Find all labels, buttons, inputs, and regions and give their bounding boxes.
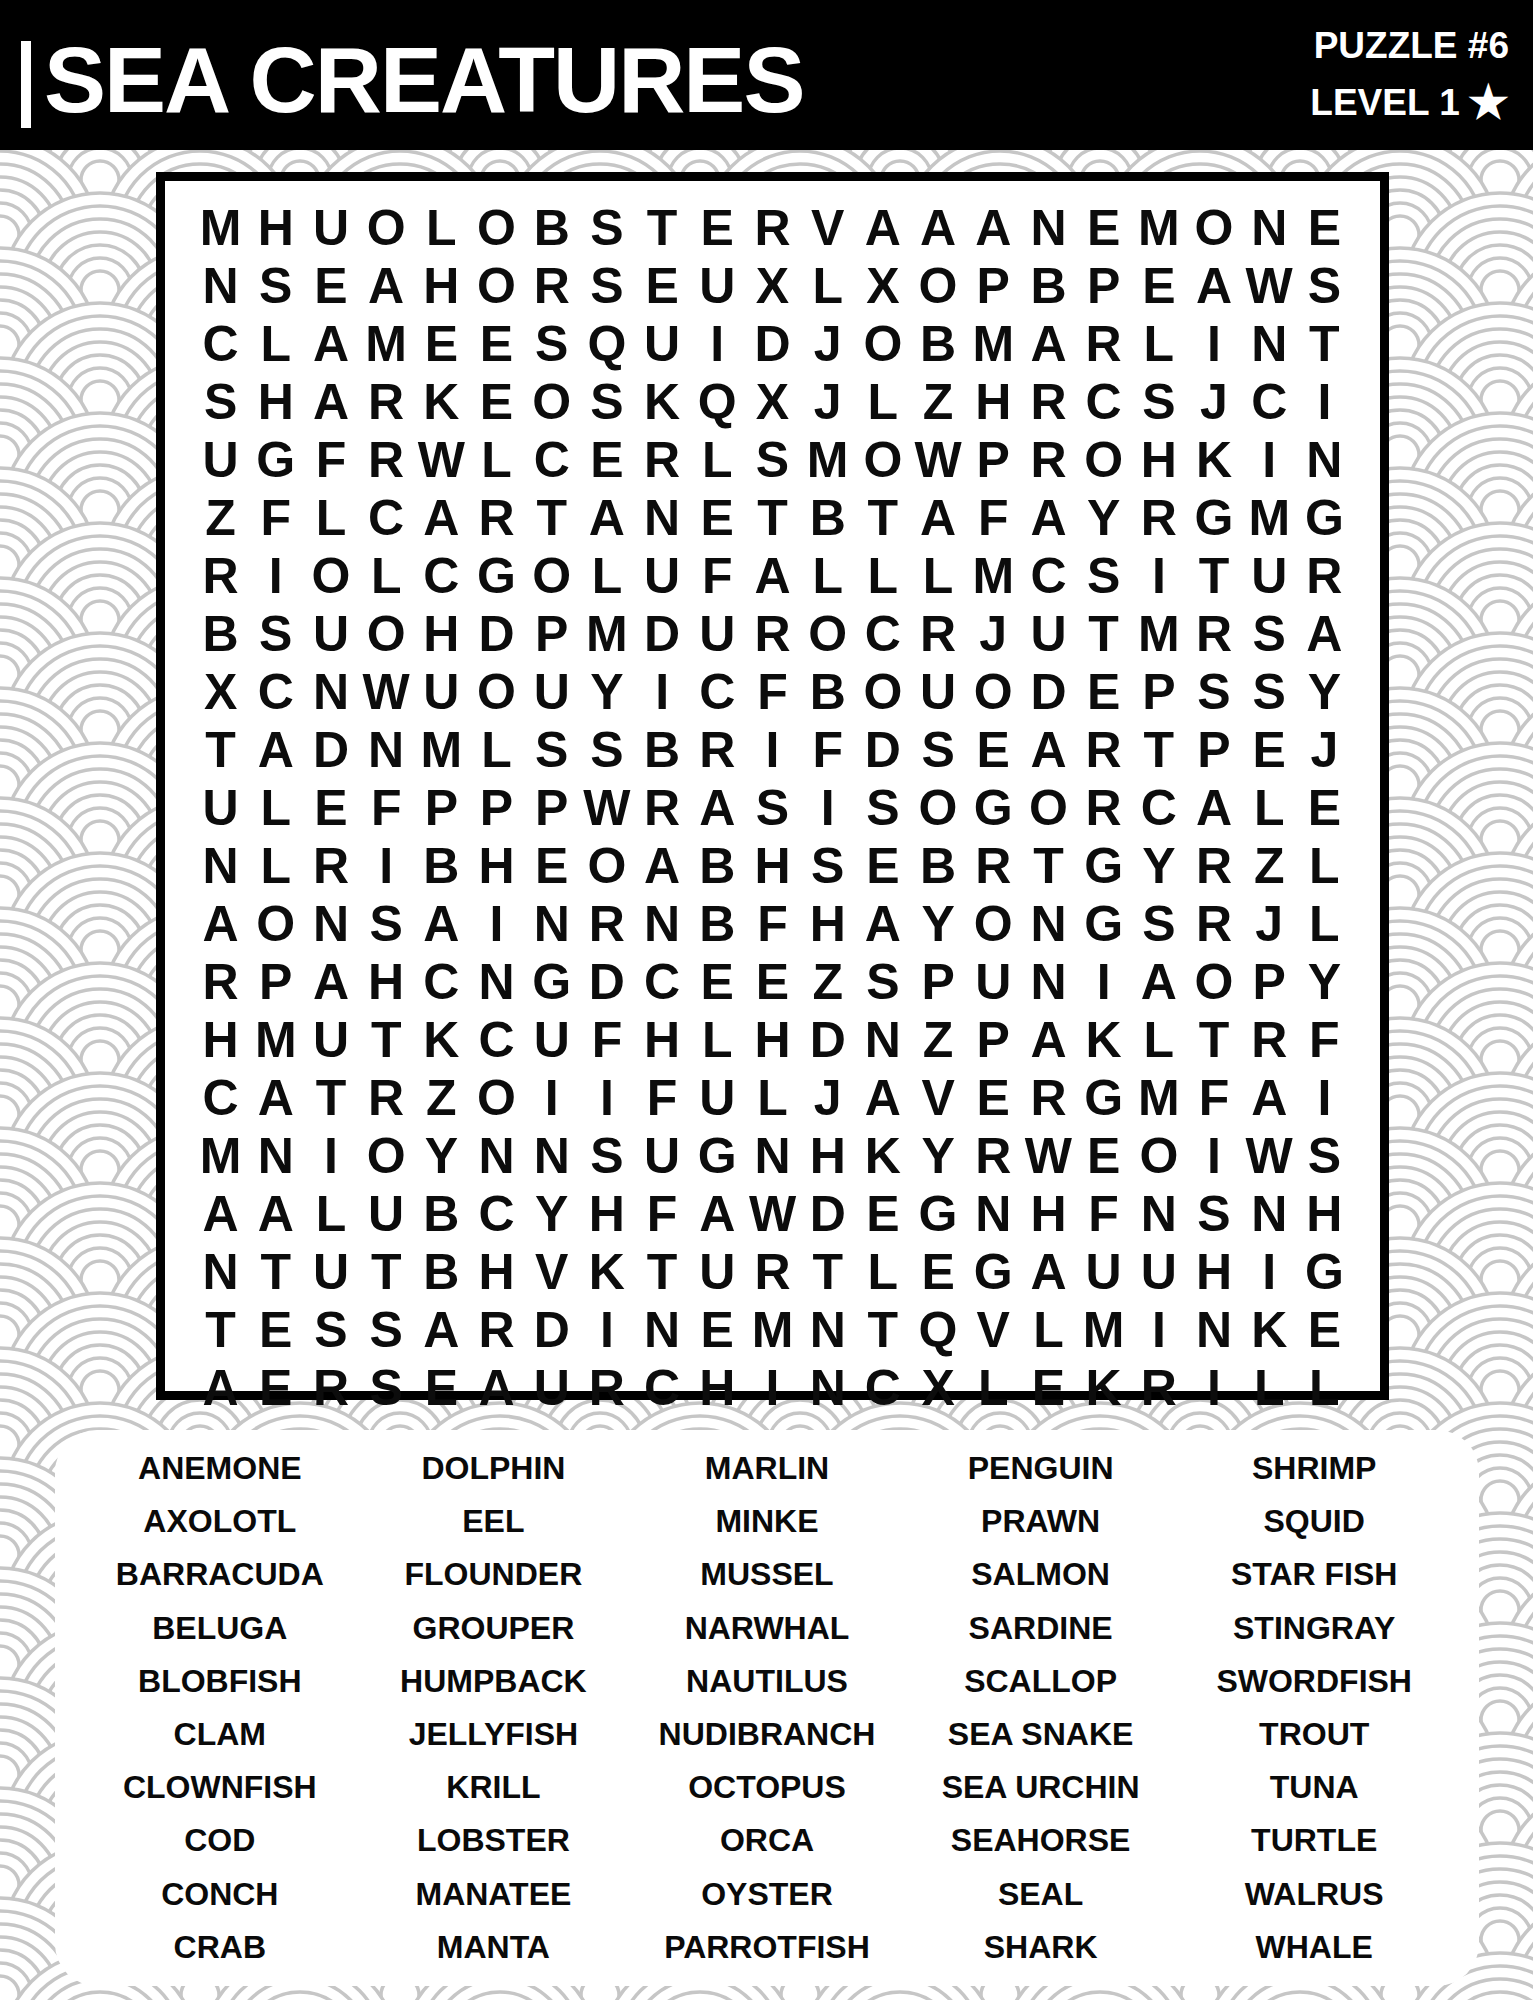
grid-cell[interactable]: H bbox=[1131, 431, 1186, 489]
grid-cell[interactable]: G bbox=[248, 431, 303, 489]
grid-cell[interactable]: R bbox=[469, 1301, 524, 1359]
grid-cell[interactable]: K bbox=[414, 373, 469, 431]
grid-cell[interactable]: G bbox=[1186, 489, 1241, 547]
grid-cell[interactable]: I bbox=[635, 663, 690, 721]
word-item[interactable]: SCALLOP bbox=[964, 1663, 1117, 1700]
word-item[interactable]: SWORDFISH bbox=[1216, 1663, 1412, 1700]
grid-cell[interactable]: T bbox=[855, 1301, 910, 1359]
grid-cell[interactable]: T bbox=[1297, 315, 1352, 373]
grid-cell[interactable]: G bbox=[1297, 1243, 1352, 1301]
grid-cell[interactable]: P bbox=[1131, 663, 1186, 721]
grid-cell[interactable]: B bbox=[414, 1185, 469, 1243]
grid-cell[interactable]: L bbox=[469, 721, 524, 779]
grid-cell[interactable]: O bbox=[910, 257, 965, 315]
grid-cell[interactable]: R bbox=[1021, 431, 1076, 489]
grid-cell[interactable]: P bbox=[966, 257, 1021, 315]
grid-cell[interactable]: A bbox=[469, 1359, 524, 1417]
grid-cell[interactable]: C bbox=[359, 489, 414, 547]
grid-cell[interactable]: X bbox=[745, 373, 800, 431]
grid-cell[interactable]: N bbox=[800, 1301, 855, 1359]
grid-cell[interactable]: T bbox=[524, 489, 579, 547]
grid-cell[interactable]: M bbox=[800, 431, 855, 489]
grid-cell[interactable]: S bbox=[359, 1301, 414, 1359]
grid-cell[interactable]: K bbox=[579, 1243, 634, 1301]
grid-cell[interactable]: U bbox=[414, 663, 469, 721]
grid-cell[interactable]: H bbox=[800, 895, 855, 953]
word-item[interactable]: WALRUS bbox=[1245, 1876, 1384, 1913]
grid-cell[interactable]: T bbox=[359, 1243, 414, 1301]
grid-cell[interactable]: X bbox=[855, 257, 910, 315]
grid-cell[interactable]: N bbox=[635, 489, 690, 547]
grid-cell[interactable]: Z bbox=[800, 953, 855, 1011]
grid-cell[interactable]: O bbox=[524, 373, 579, 431]
grid-cell[interactable]: O bbox=[359, 199, 414, 257]
grid-cell[interactable]: P bbox=[910, 953, 965, 1011]
grid-cell[interactable]: C bbox=[635, 953, 690, 1011]
grid-cell[interactable]: B bbox=[414, 837, 469, 895]
grid-cell[interactable]: S bbox=[745, 431, 800, 489]
grid-cell[interactable]: L bbox=[800, 257, 855, 315]
grid-cell[interactable]: U bbox=[303, 199, 358, 257]
grid-cell[interactable]: T bbox=[1076, 605, 1131, 663]
grid-cell[interactable]: T bbox=[303, 1069, 358, 1127]
grid-cell[interactable]: Y bbox=[579, 663, 634, 721]
grid-cell[interactable]: I bbox=[1297, 1069, 1352, 1127]
grid-cell[interactable]: A bbox=[855, 199, 910, 257]
grid-cell[interactable]: J bbox=[800, 373, 855, 431]
grid-cell[interactable]: E bbox=[690, 489, 745, 547]
grid-cell[interactable]: C bbox=[248, 663, 303, 721]
grid-cell[interactable]: E bbox=[966, 721, 1021, 779]
grid-cell[interactable]: C bbox=[193, 1069, 248, 1127]
grid-cell[interactable]: S bbox=[1131, 895, 1186, 953]
grid-cell[interactable]: J bbox=[800, 315, 855, 373]
grid-cell[interactable]: B bbox=[690, 895, 745, 953]
grid-cell[interactable]: B bbox=[1021, 257, 1076, 315]
grid-cell[interactable]: H bbox=[248, 373, 303, 431]
grid-cell[interactable]: Z bbox=[910, 1011, 965, 1069]
grid-cell[interactable]: F bbox=[745, 663, 800, 721]
grid-cell[interactable]: L bbox=[1242, 779, 1297, 837]
grid-cell[interactable]: R bbox=[1076, 721, 1131, 779]
grid-cell[interactable]: J bbox=[1242, 895, 1297, 953]
grid-cell[interactable]: V bbox=[966, 1301, 1021, 1359]
grid-cell[interactable]: E bbox=[1242, 721, 1297, 779]
grid-cell[interactable]: E bbox=[303, 779, 358, 837]
word-item[interactable]: MINKE bbox=[715, 1503, 818, 1540]
grid-cell[interactable]: E bbox=[469, 315, 524, 373]
grid-cell[interactable]: U bbox=[193, 779, 248, 837]
grid-cell[interactable]: O bbox=[469, 663, 524, 721]
grid-cell[interactable]: O bbox=[855, 431, 910, 489]
grid-cell[interactable]: R bbox=[635, 779, 690, 837]
grid-cell[interactable]: M bbox=[966, 547, 1021, 605]
grid-cell[interactable]: R bbox=[1186, 837, 1241, 895]
grid-cell[interactable]: F bbox=[1297, 1011, 1352, 1069]
grid-cell[interactable]: C bbox=[524, 431, 579, 489]
grid-cell[interactable]: A bbox=[690, 1185, 745, 1243]
grid-cell[interactable]: A bbox=[1021, 1011, 1076, 1069]
grid-cell[interactable]: M bbox=[579, 605, 634, 663]
grid-cell[interactable]: N bbox=[303, 663, 358, 721]
grid-cell[interactable]: I bbox=[579, 1069, 634, 1127]
grid-cell[interactable]: W bbox=[910, 431, 965, 489]
grid-cell[interactable]: N bbox=[524, 895, 579, 953]
grid-cell[interactable]: H bbox=[248, 199, 303, 257]
grid-cell[interactable]: E bbox=[248, 1301, 303, 1359]
grid-cell[interactable]: H bbox=[1186, 1243, 1241, 1301]
grid-cell[interactable]: A bbox=[1297, 605, 1352, 663]
grid-cell[interactable]: G bbox=[1076, 895, 1131, 953]
grid-cell[interactable]: T bbox=[1186, 1011, 1241, 1069]
word-item[interactable]: SEA URCHIN bbox=[942, 1769, 1140, 1806]
grid-cell[interactable]: R bbox=[745, 605, 800, 663]
word-item[interactable]: JELLYFISH bbox=[409, 1716, 579, 1753]
grid-cell[interactable]: T bbox=[855, 489, 910, 547]
grid-cell[interactable]: N bbox=[1021, 895, 1076, 953]
grid-cell[interactable]: H bbox=[193, 1011, 248, 1069]
grid-cell[interactable]: I bbox=[800, 779, 855, 837]
grid-cell[interactable]: L bbox=[800, 547, 855, 605]
word-item[interactable]: GROUPER bbox=[412, 1610, 574, 1647]
grid-cell[interactable]: R bbox=[193, 953, 248, 1011]
word-item[interactable]: FLOUNDER bbox=[405, 1556, 583, 1593]
grid-cell[interactable]: V bbox=[910, 1069, 965, 1127]
grid-cell[interactable]: C bbox=[635, 1359, 690, 1417]
grid-cell[interactable]: D bbox=[579, 953, 634, 1011]
word-item[interactable]: STINGRAY bbox=[1233, 1610, 1395, 1647]
grid-cell[interactable]: N bbox=[1021, 953, 1076, 1011]
grid-cell[interactable]: O bbox=[966, 663, 1021, 721]
grid-cell[interactable]: C bbox=[855, 605, 910, 663]
grid-cell[interactable]: A bbox=[579, 489, 634, 547]
grid-cell[interactable]: R bbox=[1076, 315, 1131, 373]
grid-cell[interactable]: W bbox=[1242, 257, 1297, 315]
grid-cell[interactable]: R bbox=[359, 431, 414, 489]
grid-cell[interactable]: C bbox=[469, 1185, 524, 1243]
grid-cell[interactable]: J bbox=[966, 605, 1021, 663]
grid-cell[interactable]: U bbox=[690, 605, 745, 663]
grid-cell[interactable]: N bbox=[303, 895, 358, 953]
grid-cell[interactable]: J bbox=[1186, 373, 1241, 431]
grid-cell[interactable]: U bbox=[359, 1185, 414, 1243]
grid-cell[interactable]: S bbox=[579, 257, 634, 315]
grid-cell[interactable]: I bbox=[1186, 315, 1241, 373]
grid-cell[interactable]: T bbox=[193, 1301, 248, 1359]
grid-cell[interactable]: R bbox=[1186, 895, 1241, 953]
grid-cell[interactable]: S bbox=[1131, 373, 1186, 431]
grid-cell[interactable]: J bbox=[800, 1069, 855, 1127]
word-item[interactable]: COD bbox=[184, 1822, 255, 1859]
grid-cell[interactable]: V bbox=[524, 1243, 579, 1301]
grid-cell[interactable]: H bbox=[1297, 1185, 1352, 1243]
grid-cell[interactable]: A bbox=[303, 953, 358, 1011]
grid-cell[interactable]: H bbox=[469, 1243, 524, 1301]
grid-cell[interactable]: I bbox=[248, 547, 303, 605]
grid-cell[interactable]: M bbox=[193, 1127, 248, 1185]
grid-cell[interactable]: X bbox=[910, 1359, 965, 1417]
grid-cell[interactable]: N bbox=[193, 257, 248, 315]
word-item[interactable]: NARWHAL bbox=[685, 1610, 850, 1647]
word-item[interactable]: OYSTER bbox=[701, 1876, 833, 1913]
grid-cell[interactable]: L bbox=[303, 489, 358, 547]
grid-cell[interactable]: O bbox=[248, 895, 303, 953]
word-item[interactable]: MANATEE bbox=[415, 1876, 571, 1913]
grid-cell[interactable]: N bbox=[359, 721, 414, 779]
grid-cell[interactable]: C bbox=[1242, 373, 1297, 431]
grid-cell[interactable]: F bbox=[1076, 1185, 1131, 1243]
grid-cell[interactable]: S bbox=[303, 1301, 358, 1359]
grid-cell[interactable]: Y bbox=[910, 1127, 965, 1185]
grid-cell[interactable]: A bbox=[855, 895, 910, 953]
grid-cell[interactable]: P bbox=[1242, 953, 1297, 1011]
grid-cell[interactable]: A bbox=[1131, 953, 1186, 1011]
grid-cell[interactable]: K bbox=[1076, 1011, 1131, 1069]
grid-cell[interactable]: D bbox=[855, 721, 910, 779]
grid-cell[interactable]: U bbox=[1242, 547, 1297, 605]
grid-cell[interactable]: Y bbox=[1131, 837, 1186, 895]
grid-cell[interactable]: M bbox=[1131, 199, 1186, 257]
grid-cell[interactable]: O bbox=[855, 315, 910, 373]
grid-cell[interactable]: F bbox=[1186, 1069, 1241, 1127]
grid-cell[interactable]: F bbox=[579, 1011, 634, 1069]
grid-cell[interactable]: A bbox=[855, 1069, 910, 1127]
grid-cell[interactable]: S bbox=[745, 779, 800, 837]
grid-cell[interactable]: L bbox=[966, 1359, 1021, 1417]
grid-cell[interactable]: H bbox=[690, 1359, 745, 1417]
grid-cell[interactable]: H bbox=[579, 1185, 634, 1243]
grid-cell[interactable]: D bbox=[635, 605, 690, 663]
grid-cell[interactable]: B bbox=[910, 315, 965, 373]
grid-cell[interactable]: U bbox=[635, 1127, 690, 1185]
grid-cell[interactable]: A bbox=[248, 721, 303, 779]
grid-cell[interactable]: B bbox=[800, 489, 855, 547]
grid-cell[interactable]: L bbox=[1297, 1359, 1352, 1417]
grid-cell[interactable]: E bbox=[524, 837, 579, 895]
grid-cell[interactable]: I bbox=[1131, 1301, 1186, 1359]
grid-cell[interactable]: S bbox=[910, 721, 965, 779]
grid-cell[interactable]: L bbox=[855, 373, 910, 431]
grid-cell[interactable]: Q bbox=[690, 373, 745, 431]
grid-cell[interactable]: M bbox=[1131, 1069, 1186, 1127]
grid-cell[interactable]: E bbox=[1297, 779, 1352, 837]
grid-cell[interactable]: E bbox=[745, 953, 800, 1011]
grid-cell[interactable]: A bbox=[1186, 257, 1241, 315]
grid-cell[interactable]: A bbox=[1021, 489, 1076, 547]
grid-cell[interactable]: S bbox=[1076, 547, 1131, 605]
word-item[interactable]: MANTA bbox=[437, 1929, 550, 1966]
grid-cell[interactable]: A bbox=[1021, 721, 1076, 779]
grid-cell[interactable]: E bbox=[855, 1185, 910, 1243]
grid-cell[interactable]: I bbox=[303, 1127, 358, 1185]
grid-cell[interactable]: A bbox=[966, 199, 1021, 257]
grid-cell[interactable]: K bbox=[1186, 431, 1241, 489]
grid-cell[interactable]: G bbox=[690, 1127, 745, 1185]
grid-cell[interactable]: V bbox=[800, 199, 855, 257]
word-item[interactable]: CONCH bbox=[161, 1876, 278, 1913]
grid-cell[interactable]: C bbox=[855, 1359, 910, 1417]
grid-cell[interactable]: H bbox=[745, 1011, 800, 1069]
grid-cell[interactable]: S bbox=[1297, 257, 1352, 315]
grid-cell[interactable]: Z bbox=[414, 1069, 469, 1127]
grid-cell[interactable]: T bbox=[193, 721, 248, 779]
word-item[interactable]: TROUT bbox=[1259, 1716, 1369, 1753]
grid-cell[interactable]: N bbox=[1131, 1185, 1186, 1243]
grid-cell[interactable]: F bbox=[635, 1069, 690, 1127]
grid-cell[interactable]: P bbox=[966, 431, 1021, 489]
word-item[interactable]: SEAHORSE bbox=[951, 1822, 1131, 1859]
grid-cell[interactable]: F bbox=[303, 431, 358, 489]
grid-cell[interactable]: U bbox=[690, 1069, 745, 1127]
grid-cell[interactable]: R bbox=[1076, 779, 1131, 837]
grid-cell[interactable]: P bbox=[524, 779, 579, 837]
word-item[interactable]: OCTOPUS bbox=[688, 1769, 846, 1806]
grid-cell[interactable]: O bbox=[359, 1127, 414, 1185]
grid-cell[interactable]: E bbox=[690, 1301, 745, 1359]
grid-cell[interactable]: U bbox=[193, 431, 248, 489]
grid-cell[interactable]: A bbox=[414, 895, 469, 953]
grid-cell[interactable]: N bbox=[248, 1127, 303, 1185]
grid-cell[interactable]: O bbox=[855, 663, 910, 721]
grid-cell[interactable]: N bbox=[193, 1243, 248, 1301]
grid-cell[interactable]: J bbox=[1297, 721, 1352, 779]
grid-cell[interactable]: O bbox=[524, 547, 579, 605]
word-item[interactable]: BLOBFISH bbox=[138, 1663, 302, 1700]
grid-cell[interactable]: R bbox=[359, 373, 414, 431]
grid-cell[interactable]: R bbox=[635, 431, 690, 489]
grid-cell[interactable]: A bbox=[1021, 315, 1076, 373]
grid-cell[interactable]: T bbox=[745, 489, 800, 547]
grid-cell[interactable]: B bbox=[193, 605, 248, 663]
grid-cell[interactable]: D bbox=[745, 315, 800, 373]
grid-cell[interactable]: I bbox=[745, 1359, 800, 1417]
grid-cell[interactable]: O bbox=[579, 837, 634, 895]
grid-cell[interactable]: U bbox=[690, 257, 745, 315]
grid-cell[interactable]: N bbox=[1242, 315, 1297, 373]
grid-cell[interactable]: T bbox=[359, 1011, 414, 1069]
grid-cell[interactable]: M bbox=[193, 199, 248, 257]
grid-cell[interactable]: H bbox=[966, 373, 1021, 431]
grid-cell[interactable]: A bbox=[193, 1359, 248, 1417]
grid-cell[interactable]: S bbox=[579, 373, 634, 431]
word-item[interactable]: CRAB bbox=[174, 1929, 266, 1966]
grid-cell[interactable]: M bbox=[414, 721, 469, 779]
grid-cell[interactable]: R bbox=[690, 721, 745, 779]
grid-cell[interactable]: O bbox=[303, 547, 358, 605]
grid-cell[interactable]: U bbox=[524, 1359, 579, 1417]
grid-cell[interactable]: I bbox=[1242, 431, 1297, 489]
grid-cell[interactable]: I bbox=[579, 1301, 634, 1359]
grid-cell[interactable]: A bbox=[910, 199, 965, 257]
word-item[interactable]: ORCA bbox=[720, 1822, 814, 1859]
grid-cell[interactable]: W bbox=[579, 779, 634, 837]
grid-cell[interactable]: R bbox=[1242, 1011, 1297, 1069]
grid-cell[interactable]: F bbox=[359, 779, 414, 837]
word-item[interactable]: NAUTILUS bbox=[686, 1663, 848, 1700]
grid-cell[interactable]: E bbox=[1131, 257, 1186, 315]
grid-cell[interactable]: U bbox=[690, 1243, 745, 1301]
grid-cell[interactable]: N bbox=[1297, 431, 1352, 489]
grid-cell[interactable]: A bbox=[359, 257, 414, 315]
grid-cell[interactable]: M bbox=[248, 1011, 303, 1069]
grid-cell[interactable]: K bbox=[855, 1127, 910, 1185]
grid-cell[interactable]: S bbox=[524, 721, 579, 779]
grid-cell[interactable]: S bbox=[1186, 1185, 1241, 1243]
grid-cell[interactable]: L bbox=[1242, 1359, 1297, 1417]
grid-cell[interactable]: N bbox=[469, 953, 524, 1011]
grid-cell[interactable]: M bbox=[1131, 605, 1186, 663]
grid-cell[interactable]: P bbox=[414, 779, 469, 837]
grid-cell[interactable]: H bbox=[414, 605, 469, 663]
grid-cell[interactable]: E bbox=[910, 1243, 965, 1301]
word-item[interactable]: KRILL bbox=[446, 1769, 540, 1806]
grid-cell[interactable]: I bbox=[1242, 1243, 1297, 1301]
grid-cell[interactable]: U bbox=[910, 663, 965, 721]
grid-cell[interactable]: R bbox=[966, 1127, 1021, 1185]
grid-cell[interactable]: R bbox=[1297, 547, 1352, 605]
grid-cell[interactable]: Q bbox=[910, 1301, 965, 1359]
grid-cell[interactable]: O bbox=[910, 779, 965, 837]
grid-cell[interactable]: D bbox=[1021, 663, 1076, 721]
grid-cell[interactable]: K bbox=[414, 1011, 469, 1069]
grid-cell[interactable]: R bbox=[303, 837, 358, 895]
grid-cell[interactable]: R bbox=[524, 257, 579, 315]
grid-cell[interactable]: G bbox=[469, 547, 524, 605]
grid-cell[interactable]: N bbox=[635, 1301, 690, 1359]
grid-cell[interactable]: P bbox=[469, 779, 524, 837]
grid-cell[interactable]: E bbox=[1076, 199, 1131, 257]
word-item[interactable]: WHALE bbox=[1256, 1929, 1373, 1966]
grid-cell[interactable]: A bbox=[1242, 1069, 1297, 1127]
grid-cell[interactable]: A bbox=[745, 547, 800, 605]
grid-cell[interactable]: U bbox=[966, 953, 1021, 1011]
grid-cell[interactable]: O bbox=[1131, 1127, 1186, 1185]
grid-cell[interactable]: L bbox=[248, 315, 303, 373]
grid-cell[interactable]: F bbox=[248, 489, 303, 547]
grid-cell[interactable]: E bbox=[248, 1359, 303, 1417]
grid-cell[interactable]: I bbox=[1131, 547, 1186, 605]
grid-cell[interactable]: E bbox=[635, 257, 690, 315]
grid-cell[interactable]: L bbox=[1021, 1301, 1076, 1359]
grid-cell[interactable]: X bbox=[745, 257, 800, 315]
grid-cell[interactable]: C bbox=[1076, 373, 1131, 431]
grid-cell[interactable]: U bbox=[635, 547, 690, 605]
grid-cell[interactable]: N bbox=[966, 1185, 1021, 1243]
grid-cell[interactable]: L bbox=[248, 837, 303, 895]
grid-cell[interactable]: E bbox=[690, 953, 745, 1011]
grid-cell[interactable]: N bbox=[524, 1127, 579, 1185]
word-item[interactable]: SEAL bbox=[998, 1876, 1083, 1913]
grid-cell[interactable]: R bbox=[579, 895, 634, 953]
grid-cell[interactable]: H bbox=[635, 1011, 690, 1069]
grid-cell[interactable]: L bbox=[855, 1243, 910, 1301]
word-item[interactable]: BARRACUDA bbox=[116, 1556, 324, 1593]
grid-cell[interactable]: U bbox=[1021, 605, 1076, 663]
grid-cell[interactable]: G bbox=[966, 779, 1021, 837]
grid-cell[interactable]: Y bbox=[1297, 663, 1352, 721]
word-item[interactable]: SHRIMP bbox=[1252, 1450, 1376, 1487]
grid-cell[interactable]: F bbox=[690, 547, 745, 605]
grid-cell[interactable]: K bbox=[635, 373, 690, 431]
grid-cell[interactable]: W bbox=[1021, 1127, 1076, 1185]
grid-cell[interactable]: A bbox=[193, 895, 248, 953]
grid-cell[interactable]: S bbox=[1242, 605, 1297, 663]
grid-cell[interactable]: O bbox=[1186, 953, 1241, 1011]
grid-cell[interactable]: K bbox=[1242, 1301, 1297, 1359]
grid-cell[interactable]: D bbox=[800, 1185, 855, 1243]
grid-cell[interactable]: N bbox=[1242, 1185, 1297, 1243]
grid-cell[interactable]: Z bbox=[1242, 837, 1297, 895]
